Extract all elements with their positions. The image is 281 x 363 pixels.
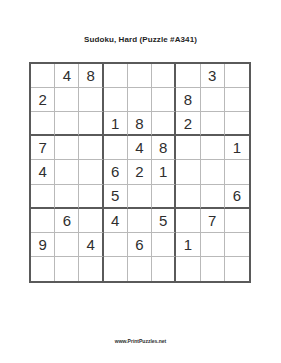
cell-r8c2 xyxy=(55,233,79,257)
cell-r6c2 xyxy=(55,185,79,209)
cell-r7c9 xyxy=(225,209,249,233)
cell-r2c6 xyxy=(152,88,176,112)
cell-r8c8 xyxy=(201,233,225,257)
footer-url: www.PrintPuzzles.net xyxy=(0,338,281,344)
cell-r4c4 xyxy=(104,136,128,160)
cell-r3c1 xyxy=(31,112,55,136)
cell-r7c7 xyxy=(176,209,200,233)
cell-r4c2 xyxy=(55,136,79,160)
cell-r6c6 xyxy=(152,185,176,209)
cell-r7c3 xyxy=(79,209,103,233)
cell-r7c5 xyxy=(128,209,152,233)
cell-r3c2 xyxy=(55,112,79,136)
cell-r6c8 xyxy=(201,185,225,209)
cell-r9c2 xyxy=(55,257,79,281)
cell-r2c2 xyxy=(55,88,79,112)
cell-r2c3 xyxy=(79,88,103,112)
cell-r4c5: 4 xyxy=(128,136,152,160)
cell-r4c8 xyxy=(201,136,225,160)
cell-r5c4: 6 xyxy=(104,160,128,184)
cell-r8c9 xyxy=(225,233,249,257)
cell-r5c6: 1 xyxy=(152,160,176,184)
cell-r7c1 xyxy=(31,209,55,233)
cell-r9c8 xyxy=(201,257,225,281)
cell-r6c7 xyxy=(176,185,200,209)
page: Sudoku, Hard (Puzzle #A341) 483281827481… xyxy=(0,0,281,363)
cell-r9c3 xyxy=(79,257,103,281)
cell-r6c4: 5 xyxy=(104,185,128,209)
cell-r5c9 xyxy=(225,160,249,184)
cell-r1c2: 4 xyxy=(55,64,79,88)
cell-r4c1: 7 xyxy=(31,136,55,160)
cell-r8c4 xyxy=(104,233,128,257)
cell-r6c1 xyxy=(31,185,55,209)
cell-r8c3: 4 xyxy=(79,233,103,257)
cell-r2c4 xyxy=(104,88,128,112)
cell-r5c7 xyxy=(176,160,200,184)
cell-r1c3: 8 xyxy=(79,64,103,88)
cell-r1c5 xyxy=(128,64,152,88)
cell-r2c5 xyxy=(128,88,152,112)
sudoku-grid: 48328182748146215664579461 xyxy=(29,62,251,283)
cell-r3c6 xyxy=(152,112,176,136)
cell-r1c7 xyxy=(176,64,200,88)
cell-r3c9 xyxy=(225,112,249,136)
cell-r7c4: 4 xyxy=(104,209,128,233)
cell-r3c5: 8 xyxy=(128,112,152,136)
cell-r7c2: 6 xyxy=(55,209,79,233)
cell-r5c2 xyxy=(55,160,79,184)
cell-r3c8 xyxy=(201,112,225,136)
cell-r6c9: 6 xyxy=(225,185,249,209)
cell-r9c5 xyxy=(128,257,152,281)
cell-r4c9: 1 xyxy=(225,136,249,160)
cell-r9c9 xyxy=(225,257,249,281)
cell-r1c8: 3 xyxy=(201,64,225,88)
cell-r6c5 xyxy=(128,185,152,209)
cell-r8c6 xyxy=(152,233,176,257)
cell-r3c7: 2 xyxy=(176,112,200,136)
cell-r5c3 xyxy=(79,160,103,184)
cell-r2c7: 8 xyxy=(176,88,200,112)
cell-r7c6: 5 xyxy=(152,209,176,233)
cell-r8c1: 9 xyxy=(31,233,55,257)
cell-r3c3 xyxy=(79,112,103,136)
cell-r1c6 xyxy=(152,64,176,88)
cell-r1c4 xyxy=(104,64,128,88)
cell-r5c1: 4 xyxy=(31,160,55,184)
cell-r2c8 xyxy=(201,88,225,112)
cell-r4c7 xyxy=(176,136,200,160)
cell-r7c8: 7 xyxy=(201,209,225,233)
cell-r1c1 xyxy=(31,64,55,88)
cell-r8c5: 6 xyxy=(128,233,152,257)
cell-r4c3 xyxy=(79,136,103,160)
cell-r1c9 xyxy=(225,64,249,88)
cell-r8c7: 1 xyxy=(176,233,200,257)
puzzle-title: Sudoku, Hard (Puzzle #A341) xyxy=(0,35,281,44)
cell-r9c1 xyxy=(31,257,55,281)
cell-r3c4: 1 xyxy=(104,112,128,136)
cell-r2c1: 2 xyxy=(31,88,55,112)
cell-r9c7 xyxy=(176,257,200,281)
cell-r5c5: 2 xyxy=(128,160,152,184)
cell-r4c6: 8 xyxy=(152,136,176,160)
cell-r2c9 xyxy=(225,88,249,112)
cell-r9c6 xyxy=(152,257,176,281)
cell-r9c4 xyxy=(104,257,128,281)
cell-r5c8 xyxy=(201,160,225,184)
cell-r6c3 xyxy=(79,185,103,209)
